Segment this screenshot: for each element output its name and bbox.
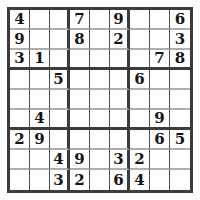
cell-r4c1[interactable]	[10, 70, 30, 90]
cell-r5c8[interactable]	[150, 90, 170, 110]
cell-r8c6[interactable]: 3	[110, 150, 130, 170]
cell-r2c9[interactable]: 3	[170, 30, 190, 50]
cell-r2c8[interactable]	[150, 30, 170, 50]
cell-r4c7[interactable]: 6	[130, 70, 150, 90]
cell-r3c2[interactable]: 1	[30, 50, 50, 70]
cell-r9c9[interactable]	[170, 170, 190, 190]
cell-r9c6[interactable]: 6	[110, 170, 130, 190]
cell-r7c5[interactable]	[90, 130, 110, 150]
cell-r3c1[interactable]: 3	[10, 50, 30, 70]
cell-r2c7[interactable]	[130, 30, 150, 50]
cell-r6c8[interactable]: 9	[150, 110, 170, 130]
cell-r6c2[interactable]: 4	[30, 110, 50, 130]
cell-r1c1[interactable]: 4	[10, 10, 30, 30]
cell-r4c6[interactable]	[110, 70, 130, 90]
cell-r6c4[interactable]	[70, 110, 90, 130]
cell-r6c3[interactable]	[50, 110, 70, 130]
cell-r4c2[interactable]	[30, 70, 50, 90]
cell-r7c2[interactable]: 9	[30, 130, 50, 150]
cell-r9c8[interactable]	[150, 170, 170, 190]
cell-r6c7[interactable]	[130, 110, 150, 130]
cell-r3c5[interactable]	[90, 50, 110, 70]
cell-r8c9[interactable]	[170, 150, 190, 170]
cell-r5c1[interactable]	[10, 90, 30, 110]
cell-r7c9[interactable]: 5	[170, 130, 190, 150]
cell-r9c7[interactable]: 4	[130, 170, 150, 190]
cell-r2c2[interactable]	[30, 30, 50, 50]
cell-r1c7[interactable]	[130, 10, 150, 30]
cell-r1c6[interactable]: 9	[110, 10, 130, 30]
cell-r8c1[interactable]	[10, 150, 30, 170]
cell-r3c6[interactable]	[110, 50, 130, 70]
cell-r1c8[interactable]	[150, 10, 170, 30]
cell-r5c2[interactable]	[30, 90, 50, 110]
cell-r9c2[interactable]	[30, 170, 50, 190]
cell-r6c6[interactable]	[110, 110, 130, 130]
cell-r4c3[interactable]: 5	[50, 70, 70, 90]
cell-r3c4[interactable]	[70, 50, 90, 70]
cell-r7c8[interactable]: 6	[150, 130, 170, 150]
cell-r4c8[interactable]	[150, 70, 170, 90]
cell-r3c7[interactable]	[130, 50, 150, 70]
cell-r1c9[interactable]: 6	[170, 10, 190, 30]
cell-r9c3[interactable]: 3	[50, 170, 70, 190]
cell-r3c3[interactable]	[50, 50, 70, 70]
cell-r8c7[interactable]: 2	[130, 150, 150, 170]
cell-r5c3[interactable]	[50, 90, 70, 110]
cell-r4c5[interactable]	[90, 70, 110, 90]
cell-r5c4[interactable]	[70, 90, 90, 110]
cell-r4c9[interactable]	[170, 70, 190, 90]
cell-r9c5[interactable]	[90, 170, 110, 190]
cell-r6c5[interactable]	[90, 110, 110, 130]
cell-r5c5[interactable]	[90, 90, 110, 110]
cell-r2c1[interactable]: 9	[10, 30, 30, 50]
cell-r7c6[interactable]	[110, 130, 130, 150]
sudoku-board: 4796982331785649296549323264	[7, 7, 193, 193]
cell-r1c5[interactable]	[90, 10, 110, 30]
cell-r8c3[interactable]: 4	[50, 150, 70, 170]
cell-r2c6[interactable]: 2	[110, 30, 130, 50]
cell-r1c2[interactable]	[30, 10, 50, 30]
cell-r9c1[interactable]	[10, 170, 30, 190]
cell-r3c8[interactable]: 7	[150, 50, 170, 70]
cell-r2c3[interactable]	[50, 30, 70, 50]
cell-r8c8[interactable]	[150, 150, 170, 170]
cell-r5c7[interactable]	[130, 90, 150, 110]
cell-r4c4[interactable]	[70, 70, 90, 90]
cell-r8c4[interactable]: 9	[70, 150, 90, 170]
cell-r1c4[interactable]: 7	[70, 10, 90, 30]
cell-r1c3[interactable]	[50, 10, 70, 30]
cell-r8c2[interactable]	[30, 150, 50, 170]
cell-r5c6[interactable]	[110, 90, 130, 110]
cell-r5c9[interactable]	[170, 90, 190, 110]
cell-r2c5[interactable]	[90, 30, 110, 50]
cell-r6c9[interactable]	[170, 110, 190, 130]
cell-r3c9[interactable]: 8	[170, 50, 190, 70]
cell-r2c4[interactable]: 8	[70, 30, 90, 50]
cell-r8c5[interactable]	[90, 150, 110, 170]
cell-r7c4[interactable]	[70, 130, 90, 150]
cell-r7c1[interactable]: 2	[10, 130, 30, 150]
cell-r7c3[interactable]	[50, 130, 70, 150]
cell-r9c4[interactable]: 2	[70, 170, 90, 190]
cell-r6c1[interactable]	[10, 110, 30, 130]
cell-r7c7[interactable]	[130, 130, 150, 150]
sudoku-page: 4796982331785649296549323264	[0, 0, 200, 200]
